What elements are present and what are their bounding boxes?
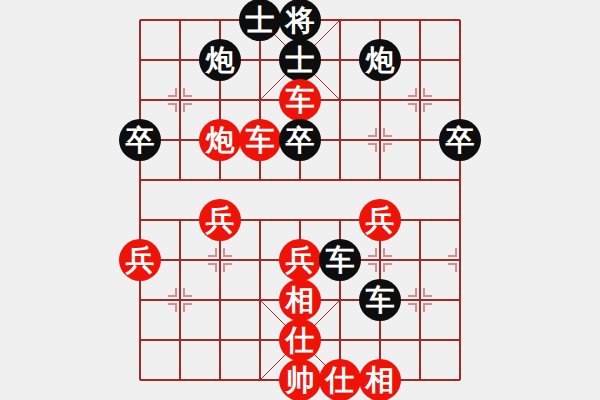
board-point — [240, 240, 280, 280]
board-point — [400, 120, 440, 160]
board-point: 相 — [360, 360, 400, 400]
board-point — [400, 240, 440, 280]
board-point — [360, 80, 400, 120]
board-point — [200, 320, 240, 360]
piece-red-elephant[interactable]: 相 — [359, 359, 401, 400]
board-point: 车 — [240, 120, 280, 160]
board-point: 兵 — [360, 200, 400, 240]
board-point — [120, 80, 160, 120]
board-point — [160, 360, 200, 400]
board-point — [360, 160, 400, 200]
piece-black-advisor[interactable]: 士 — [279, 39, 321, 81]
board-point: 兵 — [200, 200, 240, 240]
board-point — [320, 120, 360, 160]
board-point — [240, 280, 280, 320]
board-point — [360, 320, 400, 360]
piece-red-soldier[interactable]: 兵 — [279, 239, 321, 281]
board-point: 卒 — [440, 120, 480, 160]
piece-red-chariot[interactable]: 车 — [239, 119, 281, 161]
board-point — [440, 160, 480, 200]
piece-red-soldier[interactable]: 兵 — [359, 199, 401, 241]
piece-black-advisor[interactable]: 士 — [239, 0, 281, 41]
board-point — [240, 200, 280, 240]
xiangqi-diagram: 士将炮士炮车卒炮车卒卒兵兵兵兵车相车仕帅仕相 — [0, 0, 600, 400]
board-point — [440, 360, 480, 400]
piece-black-chariot[interactable]: 车 — [359, 279, 401, 321]
board-point: 仕 — [320, 360, 360, 400]
board-point: 仕 — [280, 320, 320, 360]
board-point: 车 — [280, 80, 320, 120]
board-point — [400, 40, 440, 80]
board-point — [200, 0, 240, 40]
board-point — [440, 0, 480, 40]
board-point — [160, 120, 200, 160]
piece-black-cannon[interactable]: 炮 — [359, 39, 401, 81]
board-point: 帅 — [280, 360, 320, 400]
board-point — [120, 200, 160, 240]
board-point — [160, 280, 200, 320]
board-point: 士 — [240, 0, 280, 40]
piece-black-soldier[interactable]: 卒 — [439, 119, 481, 161]
board-point — [360, 240, 400, 280]
board-point: 相 — [280, 280, 320, 320]
piece-black-cannon[interactable]: 炮 — [199, 39, 241, 81]
board-point — [320, 320, 360, 360]
piece-black-general[interactable]: 将 — [279, 0, 321, 41]
board-point — [440, 40, 480, 80]
board-grid: 士将炮士炮车卒炮车卒卒兵兵兵兵车相车仕帅仕相 — [120, 0, 480, 400]
board-point — [200, 80, 240, 120]
board-point — [120, 160, 160, 200]
board-point — [160, 0, 200, 40]
piece-red-general[interactable]: 帅 — [279, 359, 321, 400]
board-point — [440, 80, 480, 120]
board-point — [400, 160, 440, 200]
board-point — [320, 200, 360, 240]
board-point — [320, 280, 360, 320]
board-point: 炮 — [200, 40, 240, 80]
board-point — [440, 240, 480, 280]
board-point: 士 — [280, 40, 320, 80]
board-point — [160, 240, 200, 280]
board-point — [440, 280, 480, 320]
piece-red-chariot[interactable]: 车 — [279, 79, 321, 121]
board-point: 将 — [280, 0, 320, 40]
board-point — [200, 160, 240, 200]
board-point — [320, 160, 360, 200]
board-point — [240, 40, 280, 80]
piece-black-soldier[interactable]: 卒 — [279, 119, 321, 161]
board-point — [120, 320, 160, 360]
board-point — [400, 360, 440, 400]
board-point — [400, 0, 440, 40]
board-point — [160, 200, 200, 240]
board-point — [400, 80, 440, 120]
piece-black-chariot[interactable]: 车 — [319, 239, 361, 281]
board-point: 卒 — [280, 120, 320, 160]
board-point — [160, 80, 200, 120]
board-point — [320, 80, 360, 120]
board-point — [200, 360, 240, 400]
board-point — [120, 0, 160, 40]
board-point — [360, 0, 400, 40]
board-point — [440, 200, 480, 240]
board-point — [120, 40, 160, 80]
piece-red-advisor[interactable]: 仕 — [279, 319, 321, 361]
board-point — [240, 80, 280, 120]
piece-red-cannon[interactable]: 炮 — [199, 119, 241, 161]
piece-red-elephant[interactable]: 相 — [279, 279, 321, 321]
board-point — [160, 160, 200, 200]
piece-red-soldier[interactable]: 兵 — [119, 239, 161, 281]
board-point: 兵 — [280, 240, 320, 280]
board-point — [200, 280, 240, 320]
board-point: 炮 — [360, 40, 400, 80]
board-point — [440, 320, 480, 360]
board-point — [120, 360, 160, 400]
board-point — [400, 320, 440, 360]
piece-black-soldier[interactable]: 卒 — [119, 119, 161, 161]
board-point — [240, 320, 280, 360]
board-point: 炮 — [200, 120, 240, 160]
xiangqi-board: 士将炮士炮车卒炮车卒卒兵兵兵兵车相车仕帅仕相 — [120, 0, 480, 400]
board-point: 车 — [320, 240, 360, 280]
board-point — [320, 0, 360, 40]
piece-red-soldier[interactable]: 兵 — [199, 199, 241, 241]
board-point: 兵 — [120, 240, 160, 280]
board-point — [120, 280, 160, 320]
board-point — [320, 40, 360, 80]
piece-red-advisor[interactable]: 仕 — [319, 359, 361, 400]
board-point — [160, 40, 200, 80]
board-point: 卒 — [120, 120, 160, 160]
board-point — [280, 160, 320, 200]
board-point — [360, 120, 400, 160]
board-point — [400, 200, 440, 240]
board-point — [240, 160, 280, 200]
board-point — [280, 200, 320, 240]
board-point: 车 — [360, 280, 400, 320]
board-point — [200, 240, 240, 280]
board-point — [160, 320, 200, 360]
board-point — [400, 280, 440, 320]
board-point — [240, 360, 280, 400]
